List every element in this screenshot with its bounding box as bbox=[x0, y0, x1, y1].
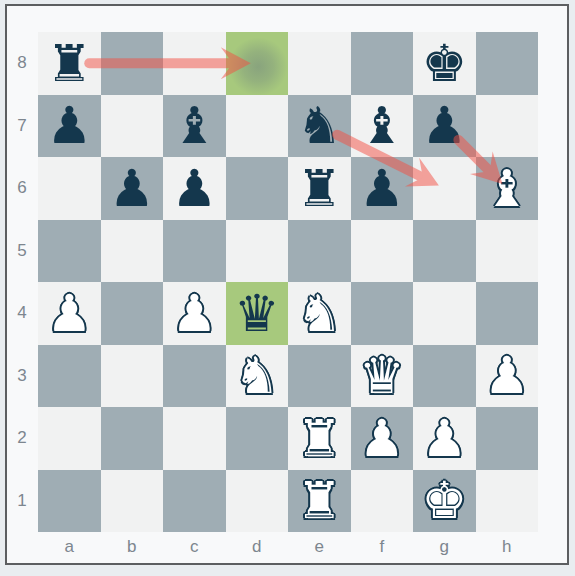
ghost-blur bbox=[226, 32, 289, 95]
piece-black-pawn[interactable]: ♟︎ bbox=[413, 95, 476, 158]
square-g5[interactable] bbox=[413, 220, 476, 283]
piece-black-pawn[interactable]: ♟︎ bbox=[351, 157, 414, 220]
rank-label-1: 1 bbox=[7, 470, 37, 533]
square-a7[interactable]: ♟︎ bbox=[38, 95, 101, 158]
square-a2[interactable] bbox=[38, 407, 101, 470]
piece-black-queen[interactable]: ♛ bbox=[226, 282, 289, 345]
square-c1[interactable] bbox=[163, 470, 226, 533]
square-g2[interactable]: ♟︎ bbox=[413, 407, 476, 470]
square-a4[interactable]: ♟︎ bbox=[38, 282, 101, 345]
piece-white-pawn[interactable]: ♟︎ bbox=[38, 282, 101, 345]
square-g7[interactable]: ♟︎ bbox=[413, 95, 476, 158]
square-f7[interactable]: ♝ bbox=[351, 95, 414, 158]
square-a1[interactable] bbox=[38, 470, 101, 533]
piece-black-pawn[interactable]: ♟︎ bbox=[163, 157, 226, 220]
square-f1[interactable] bbox=[351, 470, 414, 533]
square-c7[interactable]: ♝ bbox=[163, 95, 226, 158]
piece-black-rook[interactable]: ♜ bbox=[38, 32, 101, 95]
square-e7[interactable]: ♞ bbox=[288, 95, 351, 158]
piece-white-bishop[interactable]: ♝ bbox=[476, 157, 539, 220]
square-g6[interactable] bbox=[413, 157, 476, 220]
rank-labels: 87654321 bbox=[7, 32, 37, 532]
square-f5[interactable] bbox=[351, 220, 414, 283]
file-label-a: a bbox=[38, 533, 101, 560]
square-e2[interactable]: ♜ bbox=[288, 407, 351, 470]
piece-white-rook[interactable]: ♜ bbox=[288, 407, 351, 470]
square-a6[interactable] bbox=[38, 157, 101, 220]
square-d8[interactable] bbox=[226, 32, 289, 95]
square-e8[interactable] bbox=[288, 32, 351, 95]
square-d4[interactable]: ♛ bbox=[226, 282, 289, 345]
file-label-f: f bbox=[351, 533, 414, 560]
piece-black-pawn[interactable]: ♟︎ bbox=[38, 95, 101, 158]
square-f8[interactable] bbox=[351, 32, 414, 95]
piece-white-king[interactable]: ♚ bbox=[413, 470, 476, 533]
square-d1[interactable] bbox=[226, 470, 289, 533]
square-c4[interactable]: ♟︎ bbox=[163, 282, 226, 345]
square-c8[interactable] bbox=[163, 32, 226, 95]
file-labels: abcdefgh bbox=[38, 533, 538, 560]
square-h5[interactable] bbox=[476, 220, 539, 283]
square-d6[interactable] bbox=[226, 157, 289, 220]
piece-white-rook[interactable]: ♜ bbox=[288, 470, 351, 533]
file-label-h: h bbox=[476, 533, 539, 560]
chess-board: ♜♚♟︎♝♞♝♟︎♟︎♟︎♜♟︎♝♟︎♟︎♛♞♞♛♟︎♜♟︎♟︎♜♚ bbox=[38, 32, 538, 532]
piece-white-knight[interactable]: ♞ bbox=[288, 282, 351, 345]
piece-white-pawn[interactable]: ♟︎ bbox=[351, 407, 414, 470]
square-e1[interactable]: ♜ bbox=[288, 470, 351, 533]
square-b1[interactable] bbox=[101, 470, 164, 533]
rank-label-7: 7 bbox=[7, 95, 37, 158]
square-h6[interactable]: ♝ bbox=[476, 157, 539, 220]
file-label-c: c bbox=[163, 533, 226, 560]
square-f6[interactable]: ♟︎ bbox=[351, 157, 414, 220]
rank-label-8: 8 bbox=[7, 32, 37, 95]
file-label-e: e bbox=[288, 533, 351, 560]
square-e3[interactable] bbox=[288, 345, 351, 408]
square-c3[interactable] bbox=[163, 345, 226, 408]
rank-label-3: 3 bbox=[7, 345, 37, 408]
square-h8[interactable] bbox=[476, 32, 539, 95]
rank-label-4: 4 bbox=[7, 282, 37, 345]
file-label-d: d bbox=[226, 533, 289, 560]
square-e6[interactable]: ♜ bbox=[288, 157, 351, 220]
rank-label-5: 5 bbox=[7, 220, 37, 283]
square-a3[interactable] bbox=[38, 345, 101, 408]
square-c5[interactable] bbox=[163, 220, 226, 283]
piece-black-knight[interactable]: ♞ bbox=[288, 95, 351, 158]
square-a8[interactable]: ♜ bbox=[38, 32, 101, 95]
piece-black-bishop[interactable]: ♝ bbox=[163, 95, 226, 158]
square-h4[interactable] bbox=[476, 282, 539, 345]
square-h7[interactable] bbox=[476, 95, 539, 158]
square-f3[interactable]: ♛ bbox=[351, 345, 414, 408]
square-g8[interactable]: ♚ bbox=[413, 32, 476, 95]
square-h3[interactable]: ♟︎ bbox=[476, 345, 539, 408]
square-b6[interactable]: ♟︎ bbox=[101, 157, 164, 220]
piece-white-pawn[interactable]: ♟︎ bbox=[476, 345, 539, 408]
rank-label-6: 6 bbox=[7, 157, 37, 220]
square-g3[interactable] bbox=[413, 345, 476, 408]
square-b8[interactable] bbox=[101, 32, 164, 95]
square-f4[interactable] bbox=[351, 282, 414, 345]
square-g4[interactable] bbox=[413, 282, 476, 345]
square-b2[interactable] bbox=[101, 407, 164, 470]
square-a5[interactable] bbox=[38, 220, 101, 283]
square-f2[interactable]: ♟︎ bbox=[351, 407, 414, 470]
square-b7[interactable] bbox=[101, 95, 164, 158]
piece-white-knight[interactable]: ♞ bbox=[226, 345, 289, 408]
square-b3[interactable] bbox=[101, 345, 164, 408]
piece-white-pawn[interactable]: ♟︎ bbox=[413, 407, 476, 470]
square-g1[interactable]: ♚ bbox=[413, 470, 476, 533]
square-c6[interactable]: ♟︎ bbox=[163, 157, 226, 220]
square-h1[interactable] bbox=[476, 470, 539, 533]
square-e5[interactable] bbox=[288, 220, 351, 283]
file-label-g: g bbox=[413, 533, 476, 560]
piece-black-rook[interactable]: ♜ bbox=[288, 157, 351, 220]
piece-black-pawn[interactable]: ♟︎ bbox=[101, 157, 164, 220]
square-d7[interactable] bbox=[226, 95, 289, 158]
square-b5[interactable] bbox=[101, 220, 164, 283]
square-c2[interactable] bbox=[163, 407, 226, 470]
rank-label-2: 2 bbox=[7, 407, 37, 470]
square-d2[interactable] bbox=[226, 407, 289, 470]
file-label-b: b bbox=[101, 533, 164, 560]
square-d5[interactable] bbox=[226, 220, 289, 283]
piece-white-pawn[interactable]: ♟︎ bbox=[163, 282, 226, 345]
square-b4[interactable] bbox=[101, 282, 164, 345]
piece-black-king[interactable]: ♚ bbox=[413, 32, 476, 95]
square-e4[interactable]: ♞ bbox=[288, 282, 351, 345]
piece-white-queen[interactable]: ♛ bbox=[351, 345, 414, 408]
piece-black-bishop[interactable]: ♝ bbox=[351, 95, 414, 158]
square-h2[interactable] bbox=[476, 407, 539, 470]
square-d3[interactable]: ♞ bbox=[226, 345, 289, 408]
board-panel: 87654321 ♜♚♟︎♝♞♝♟︎♟︎♟︎♜♟︎♝♟︎♟︎♛♞♞♛♟︎♜♟︎♟… bbox=[5, 4, 569, 565]
